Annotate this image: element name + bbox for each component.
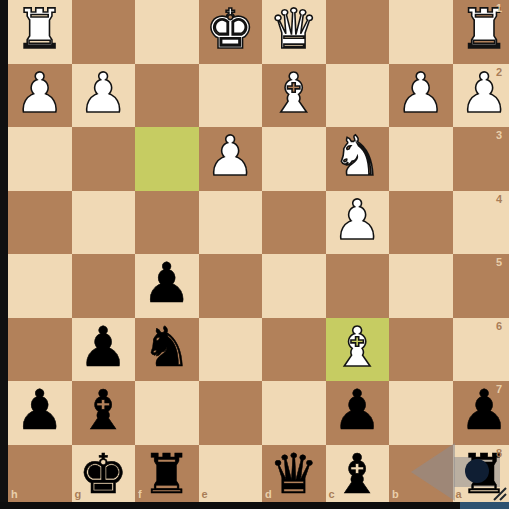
black-knight-f6[interactable]: ♞ bbox=[135, 316, 199, 380]
file-label-a: a bbox=[456, 488, 462, 500]
square-e1[interactable]: ♚ bbox=[199, 0, 263, 64]
rank-label-3: 3 bbox=[496, 129, 502, 141]
white-bishop-d2[interactable]: ♝ bbox=[262, 62, 326, 126]
square-b3[interactable] bbox=[389, 127, 453, 191]
white-pawn-b2[interactable]: ♟ bbox=[389, 62, 453, 126]
file-label-f: f bbox=[138, 488, 142, 500]
white-rook-h1[interactable]: ♜ bbox=[8, 0, 72, 62]
square-b6[interactable] bbox=[389, 318, 453, 382]
rank-label-1: 1 bbox=[496, 2, 502, 14]
square-b5[interactable] bbox=[389, 254, 453, 318]
square-e4[interactable] bbox=[199, 191, 263, 255]
file-label-d: d bbox=[265, 488, 272, 500]
white-king-e1[interactable]: ♚ bbox=[199, 0, 263, 62]
file-label-b: b bbox=[392, 488, 399, 500]
square-e5[interactable] bbox=[199, 254, 263, 318]
black-bishop-g7[interactable]: ♝ bbox=[72, 379, 136, 443]
square-h2[interactable]: ♟ bbox=[8, 64, 72, 128]
indicator-dot bbox=[465, 459, 489, 483]
square-a3[interactable]: 3 bbox=[453, 127, 509, 191]
file-label-g: g bbox=[75, 488, 82, 500]
square-e7[interactable] bbox=[199, 381, 263, 445]
square-c7[interactable]: ♟ bbox=[326, 381, 390, 445]
file-label-c: c bbox=[329, 488, 335, 500]
square-f6[interactable]: ♞ bbox=[135, 318, 199, 382]
square-c5[interactable] bbox=[326, 254, 390, 318]
rank-label-5: 5 bbox=[496, 256, 502, 268]
square-c3[interactable]: ♞ bbox=[326, 127, 390, 191]
square-d3[interactable] bbox=[262, 127, 326, 191]
square-f3[interactable] bbox=[135, 127, 199, 191]
square-f4[interactable] bbox=[135, 191, 199, 255]
rank-label-4: 4 bbox=[496, 193, 502, 205]
square-d7[interactable] bbox=[262, 381, 326, 445]
square-f7[interactable] bbox=[135, 381, 199, 445]
square-a5[interactable]: 5 bbox=[453, 254, 509, 318]
square-a7[interactable]: ♟7 bbox=[453, 381, 509, 445]
square-h4[interactable] bbox=[8, 191, 72, 255]
square-d4[interactable] bbox=[262, 191, 326, 255]
square-d8[interactable]: ♛d bbox=[262, 445, 326, 509]
bottom-strip-accent bbox=[460, 502, 509, 509]
square-d1[interactable]: ♛ bbox=[262, 0, 326, 64]
black-pawn-h7[interactable]: ♟ bbox=[8, 379, 72, 443]
square-h7[interactable]: ♟ bbox=[8, 381, 72, 445]
left-edge-strip bbox=[0, 0, 8, 509]
bottom-edge-strip bbox=[0, 502, 509, 509]
rank-label-2: 2 bbox=[496, 66, 502, 78]
square-e8[interactable]: e bbox=[199, 445, 263, 509]
white-pawn-h2[interactable]: ♟ bbox=[8, 62, 72, 126]
square-h5[interactable] bbox=[8, 254, 72, 318]
square-d2[interactable]: ♝ bbox=[262, 64, 326, 128]
black-rook-f8[interactable]: ♜ bbox=[135, 443, 199, 507]
square-d6[interactable] bbox=[262, 318, 326, 382]
square-c8[interactable]: ♝c bbox=[326, 445, 390, 509]
white-pawn-e3[interactable]: ♟ bbox=[199, 125, 263, 189]
square-f1[interactable] bbox=[135, 0, 199, 64]
square-h3[interactable] bbox=[8, 127, 72, 191]
file-label-e: e bbox=[202, 488, 208, 500]
square-g3[interactable] bbox=[72, 127, 136, 191]
square-h6[interactable] bbox=[8, 318, 72, 382]
square-e6[interactable] bbox=[199, 318, 263, 382]
black-pawn-c7[interactable]: ♟ bbox=[326, 379, 390, 443]
white-pawn-g2[interactable]: ♟ bbox=[72, 62, 136, 126]
square-a1[interactable]: ♜1 bbox=[453, 0, 509, 64]
square-g1[interactable] bbox=[72, 0, 136, 64]
square-b7[interactable] bbox=[389, 381, 453, 445]
square-g5[interactable] bbox=[72, 254, 136, 318]
square-d5[interactable] bbox=[262, 254, 326, 318]
square-e3[interactable]: ♟ bbox=[199, 127, 263, 191]
chess-board-window: ♜♚♛♜1♟♟♝♟♟2♟♞3♟4♟5♟♞♝6♟♝♟♟7h♚g♜fe♛d♝cb♜8… bbox=[0, 0, 509, 509]
white-pawn-c4[interactable]: ♟ bbox=[326, 189, 390, 253]
square-c2[interactable] bbox=[326, 64, 390, 128]
square-c6[interactable]: ♝ bbox=[326, 318, 390, 382]
rank-label-6: 6 bbox=[496, 320, 502, 332]
square-b2[interactable]: ♟ bbox=[389, 64, 453, 128]
file-label-h: h bbox=[11, 488, 18, 500]
square-b1[interactable] bbox=[389, 0, 453, 64]
square-a4[interactable]: 4 bbox=[453, 191, 509, 255]
rank-label-7: 7 bbox=[496, 383, 502, 395]
square-a2[interactable]: ♟2 bbox=[453, 64, 509, 128]
square-c4[interactable]: ♟ bbox=[326, 191, 390, 255]
chess-board: ♜♚♛♜1♟♟♝♟♟2♟♞3♟4♟5♟♞♝6♟♝♟♟7h♚g♜fe♛d♝cb♜8… bbox=[8, 0, 509, 508]
black-pawn-f5[interactable]: ♟ bbox=[135, 252, 199, 316]
resize-grip-icon[interactable] bbox=[491, 485, 508, 502]
square-b4[interactable] bbox=[389, 191, 453, 255]
rank-label-8: 8 bbox=[496, 447, 502, 459]
square-e2[interactable] bbox=[199, 64, 263, 128]
square-a6[interactable]: 6 bbox=[453, 318, 509, 382]
black-bishop-c8[interactable]: ♝ bbox=[326, 443, 390, 507]
square-g6[interactable]: ♟ bbox=[72, 318, 136, 382]
square-g8[interactable]: ♚g bbox=[72, 445, 136, 509]
square-c1[interactable] bbox=[326, 0, 390, 64]
square-g7[interactable]: ♝ bbox=[72, 381, 136, 445]
black-pawn-g6[interactable]: ♟ bbox=[72, 316, 136, 380]
square-f5[interactable]: ♟ bbox=[135, 254, 199, 318]
white-bishop-c6[interactable]: ♝ bbox=[326, 316, 390, 380]
square-f8[interactable]: ♜f bbox=[135, 445, 199, 509]
square-g2[interactable]: ♟ bbox=[72, 64, 136, 128]
white-knight-c3[interactable]: ♞ bbox=[326, 125, 390, 189]
square-g4[interactable] bbox=[72, 191, 136, 255]
white-queen-d1[interactable]: ♛ bbox=[262, 0, 326, 62]
left-arrow-icon bbox=[411, 443, 455, 501]
square-h8[interactable]: h bbox=[8, 445, 72, 509]
square-f2[interactable] bbox=[135, 64, 199, 128]
square-h1[interactable]: ♜ bbox=[8, 0, 72, 64]
